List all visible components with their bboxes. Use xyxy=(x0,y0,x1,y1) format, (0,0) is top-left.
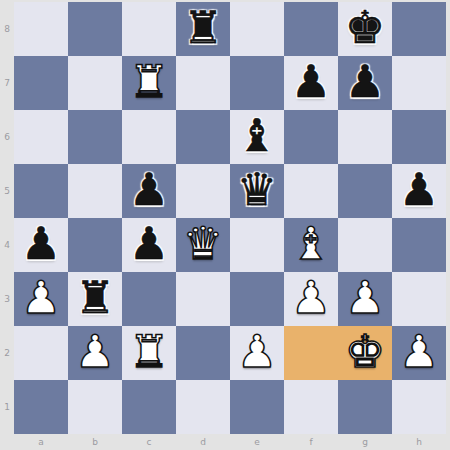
square-a2[interactable] xyxy=(14,326,68,380)
square-c4[interactable]: ♟ xyxy=(122,218,176,272)
square-d5[interactable] xyxy=(176,164,230,218)
square-f5[interactable] xyxy=(284,164,338,218)
square-e5[interactable]: ♛ xyxy=(230,164,284,218)
square-d1[interactable] xyxy=(176,380,230,434)
square-h4[interactable] xyxy=(392,218,446,272)
square-a7[interactable] xyxy=(14,56,68,110)
square-g6[interactable] xyxy=(338,110,392,164)
square-a6[interactable] xyxy=(14,110,68,164)
black-rook[interactable]: ♜ xyxy=(176,2,230,56)
square-b8[interactable] xyxy=(68,2,122,56)
square-c6[interactable] xyxy=(122,110,176,164)
square-f4[interactable]: ♝ xyxy=(284,218,338,272)
black-pawn[interactable]: ♟ xyxy=(338,56,392,110)
rank-label-4: 4 xyxy=(0,218,14,272)
square-h5[interactable]: ♟ xyxy=(392,164,446,218)
file-label-a: a xyxy=(14,435,68,449)
square-h2[interactable]: ♟ xyxy=(392,326,446,380)
square-b7[interactable] xyxy=(68,56,122,110)
rank-label-2: 2 xyxy=(0,326,14,380)
square-e7[interactable] xyxy=(230,56,284,110)
square-h3[interactable] xyxy=(392,272,446,326)
square-a1[interactable] xyxy=(14,380,68,434)
square-h7[interactable] xyxy=(392,56,446,110)
white-pawn[interactable]: ♟ xyxy=(392,326,446,380)
square-a5[interactable] xyxy=(14,164,68,218)
square-d7[interactable] xyxy=(176,56,230,110)
black-bishop[interactable]: ♝ xyxy=(230,110,284,164)
black-king[interactable]: ♚ xyxy=(338,2,392,56)
square-f8[interactable] xyxy=(284,2,338,56)
square-b6[interactable] xyxy=(68,110,122,164)
white-pawn[interactable]: ♟ xyxy=(230,326,284,380)
square-g2[interactable]: ♚ xyxy=(338,326,392,380)
square-d4[interactable]: ♛ xyxy=(176,218,230,272)
square-e8[interactable] xyxy=(230,2,284,56)
black-rook[interactable]: ♜ xyxy=(68,272,122,326)
square-a4[interactable]: ♟ xyxy=(14,218,68,272)
square-b3[interactable]: ♜ xyxy=(68,272,122,326)
rank-label-3: 3 xyxy=(0,272,14,326)
file-label-d: d xyxy=(176,435,230,449)
white-rook[interactable]: ♜ xyxy=(122,56,176,110)
file-label-c: c xyxy=(122,435,176,449)
square-d8[interactable]: ♜ xyxy=(176,2,230,56)
square-c5[interactable]: ♟ xyxy=(122,164,176,218)
white-pawn[interactable]: ♟ xyxy=(284,272,338,326)
white-king[interactable]: ♚ xyxy=(338,326,392,380)
square-c8[interactable] xyxy=(122,2,176,56)
square-e6[interactable]: ♝ xyxy=(230,110,284,164)
file-label-g: g xyxy=(338,435,392,449)
square-d2[interactable] xyxy=(176,326,230,380)
square-b2[interactable]: ♟ xyxy=(68,326,122,380)
square-a8[interactable] xyxy=(14,2,68,56)
rank-label-5: 5 xyxy=(0,164,14,218)
rank-label-6: 6 xyxy=(0,110,14,164)
black-pawn[interactable]: ♟ xyxy=(284,56,338,110)
square-f2[interactable] xyxy=(284,326,338,380)
square-e3[interactable] xyxy=(230,272,284,326)
square-c7[interactable]: ♜ xyxy=(122,56,176,110)
black-pawn[interactable]: ♟ xyxy=(122,218,176,272)
white-pawn[interactable]: ♟ xyxy=(14,272,68,326)
rank-label-1: 1 xyxy=(0,380,14,434)
square-b1[interactable] xyxy=(68,380,122,434)
square-f7[interactable]: ♟ xyxy=(284,56,338,110)
white-rook[interactable]: ♜ xyxy=(122,326,176,380)
square-h8[interactable] xyxy=(392,2,446,56)
black-pawn[interactable]: ♟ xyxy=(14,218,68,272)
square-f1[interactable] xyxy=(284,380,338,434)
white-pawn[interactable]: ♟ xyxy=(68,326,122,380)
white-bishop[interactable]: ♝ xyxy=(284,218,338,272)
black-pawn[interactable]: ♟ xyxy=(392,164,446,218)
rank-labels: 87654321 xyxy=(0,2,14,434)
square-g5[interactable] xyxy=(338,164,392,218)
rank-label-7: 7 xyxy=(0,56,14,110)
square-f3[interactable]: ♟ xyxy=(284,272,338,326)
chess-app: 87654321 ♜♚♜♟♟♝♟♛♟♟♟♛♝♟♜♟♟♟♜♟♚♟ abcdefgh xyxy=(0,0,450,450)
chess-board: ♜♚♜♟♟♝♟♛♟♟♟♛♝♟♜♟♟♟♜♟♚♟ xyxy=(14,2,446,434)
rank-label-8: 8 xyxy=(0,2,14,56)
square-g4[interactable] xyxy=(338,218,392,272)
square-h1[interactable] xyxy=(392,380,446,434)
white-queen[interactable]: ♛ xyxy=(176,218,230,272)
square-c3[interactable] xyxy=(122,272,176,326)
white-pawn[interactable]: ♟ xyxy=(338,272,392,326)
square-d6[interactable] xyxy=(176,110,230,164)
square-g8[interactable]: ♚ xyxy=(338,2,392,56)
square-e4[interactable] xyxy=(230,218,284,272)
file-label-b: b xyxy=(68,435,122,449)
square-e2[interactable]: ♟ xyxy=(230,326,284,380)
square-g3[interactable]: ♟ xyxy=(338,272,392,326)
square-d3[interactable] xyxy=(176,272,230,326)
square-c1[interactable] xyxy=(122,380,176,434)
square-b4[interactable] xyxy=(68,218,122,272)
square-g7[interactable]: ♟ xyxy=(338,56,392,110)
square-b5[interactable] xyxy=(68,164,122,218)
square-a3[interactable]: ♟ xyxy=(14,272,68,326)
square-h6[interactable] xyxy=(392,110,446,164)
file-labels: abcdefgh xyxy=(14,435,446,449)
file-label-h: h xyxy=(392,435,446,449)
square-f6[interactable] xyxy=(284,110,338,164)
black-queen[interactable]: ♛ xyxy=(230,164,284,218)
black-pawn[interactable]: ♟ xyxy=(122,164,176,218)
square-g1[interactable] xyxy=(338,380,392,434)
square-c2[interactable]: ♜ xyxy=(122,326,176,380)
file-label-e: e xyxy=(230,435,284,449)
file-label-f: f xyxy=(284,435,338,449)
square-e1[interactable] xyxy=(230,380,284,434)
